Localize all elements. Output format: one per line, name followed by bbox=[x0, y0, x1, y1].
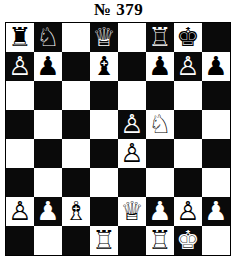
square-f4[interactable] bbox=[146, 139, 174, 168]
square-b3[interactable] bbox=[34, 168, 62, 197]
square-d6[interactable] bbox=[90, 81, 118, 110]
square-g4[interactable] bbox=[174, 139, 202, 168]
square-a4[interactable] bbox=[6, 139, 34, 168]
square-h1[interactable] bbox=[202, 226, 230, 255]
puzzle-number-title: № 379 bbox=[0, 0, 237, 20]
square-e4[interactable]: ♙ bbox=[118, 139, 146, 168]
square-h5[interactable] bbox=[202, 110, 230, 139]
white-pawn-icon: ♟ bbox=[36, 197, 59, 226]
square-a2[interactable]: ♙ bbox=[6, 197, 34, 226]
square-h7[interactable]: ♟ bbox=[202, 52, 230, 81]
white-bishop-icon: ♗ bbox=[64, 197, 87, 226]
square-c2[interactable]: ♗ bbox=[62, 197, 90, 226]
chess-board: ♜♘♕♖♚♙♟♝♟♙♟♙♘♙♙♟♗♕♟♙♟♖♖♚ bbox=[5, 22, 231, 256]
black-rook-icon: ♖ bbox=[148, 23, 171, 52]
square-g6[interactable] bbox=[174, 81, 202, 110]
square-a3[interactable] bbox=[6, 168, 34, 197]
square-f8[interactable]: ♖ bbox=[146, 23, 174, 52]
square-b2[interactable]: ♟ bbox=[34, 197, 62, 226]
square-g3[interactable] bbox=[174, 168, 202, 197]
black-pawn-icon: ♙ bbox=[176, 52, 199, 81]
square-d3[interactable] bbox=[90, 168, 118, 197]
square-c3[interactable] bbox=[62, 168, 90, 197]
square-c4[interactable] bbox=[62, 139, 90, 168]
square-f6[interactable] bbox=[146, 81, 174, 110]
square-g2[interactable]: ♙ bbox=[174, 197, 202, 226]
square-f2[interactable]: ♟ bbox=[146, 197, 174, 226]
square-f7[interactable]: ♟ bbox=[146, 52, 174, 81]
square-g1[interactable]: ♚ bbox=[174, 226, 202, 255]
black-pawn-icon: ♙ bbox=[8, 52, 31, 81]
square-f1[interactable]: ♖ bbox=[146, 226, 174, 255]
black-pawn-icon: ♙ bbox=[120, 110, 143, 139]
square-b5[interactable] bbox=[34, 110, 62, 139]
square-g5[interactable] bbox=[174, 110, 202, 139]
square-e7[interactable] bbox=[118, 52, 146, 81]
square-d8[interactable]: ♕ bbox=[90, 23, 118, 52]
square-g7[interactable]: ♙ bbox=[174, 52, 202, 81]
black-queen-icon: ♕ bbox=[92, 23, 115, 52]
square-e2[interactable]: ♕ bbox=[118, 197, 146, 226]
square-e3[interactable] bbox=[118, 168, 146, 197]
square-d2[interactable] bbox=[90, 197, 118, 226]
square-d7[interactable]: ♝ bbox=[90, 52, 118, 81]
white-rook-icon: ♖ bbox=[148, 226, 171, 255]
black-knight-icon: ♘ bbox=[36, 23, 59, 52]
square-c8[interactable] bbox=[62, 23, 90, 52]
black-king-icon: ♚ bbox=[176, 23, 199, 52]
square-h6[interactable] bbox=[202, 81, 230, 110]
white-king-icon: ♚ bbox=[176, 226, 199, 255]
square-f5[interactable]: ♘ bbox=[146, 110, 174, 139]
square-e5[interactable]: ♙ bbox=[118, 110, 146, 139]
black-bishop-icon: ♝ bbox=[92, 52, 115, 81]
square-d1[interactable]: ♖ bbox=[90, 226, 118, 255]
square-h3[interactable] bbox=[202, 168, 230, 197]
black-pawn-icon: ♟ bbox=[204, 52, 227, 81]
white-pawn-icon: ♙ bbox=[176, 197, 199, 226]
white-pawn-icon: ♟ bbox=[148, 197, 171, 226]
white-pawn-icon: ♙ bbox=[120, 139, 143, 168]
square-d5[interactable] bbox=[90, 110, 118, 139]
square-a7[interactable]: ♙ bbox=[6, 52, 34, 81]
square-a6[interactable] bbox=[6, 81, 34, 110]
white-rook-icon: ♖ bbox=[92, 226, 115, 255]
square-e1[interactable] bbox=[118, 226, 146, 255]
square-c7[interactable] bbox=[62, 52, 90, 81]
square-d4[interactable] bbox=[90, 139, 118, 168]
square-a8[interactable]: ♜ bbox=[6, 23, 34, 52]
square-b1[interactable] bbox=[34, 226, 62, 255]
square-c6[interactable] bbox=[62, 81, 90, 110]
square-c5[interactable] bbox=[62, 110, 90, 139]
black-pawn-icon: ♟ bbox=[36, 52, 59, 81]
square-c1[interactable] bbox=[62, 226, 90, 255]
white-queen-icon: ♕ bbox=[120, 197, 143, 226]
square-a1[interactable] bbox=[6, 226, 34, 255]
black-pawn-icon: ♟ bbox=[148, 52, 171, 81]
board-container: ♜♘♕♖♚♙♟♝♟♙♟♙♘♙♙♟♗♕♟♙♟♖♖♚ bbox=[5, 22, 237, 256]
square-b8[interactable]: ♘ bbox=[34, 23, 62, 52]
white-knight-icon: ♘ bbox=[148, 110, 171, 139]
white-pawn-icon: ♟ bbox=[204, 197, 227, 226]
square-b7[interactable]: ♟ bbox=[34, 52, 62, 81]
square-h4[interactable] bbox=[202, 139, 230, 168]
black-rook-icon: ♜ bbox=[8, 23, 31, 52]
square-a5[interactable] bbox=[6, 110, 34, 139]
square-h8[interactable] bbox=[202, 23, 230, 52]
square-f3[interactable] bbox=[146, 168, 174, 197]
square-e8[interactable] bbox=[118, 23, 146, 52]
square-g8[interactable]: ♚ bbox=[174, 23, 202, 52]
square-b6[interactable] bbox=[34, 81, 62, 110]
square-e6[interactable] bbox=[118, 81, 146, 110]
square-b4[interactable] bbox=[34, 139, 62, 168]
white-pawn-icon: ♙ bbox=[8, 197, 31, 226]
square-h2[interactable]: ♟ bbox=[202, 197, 230, 226]
